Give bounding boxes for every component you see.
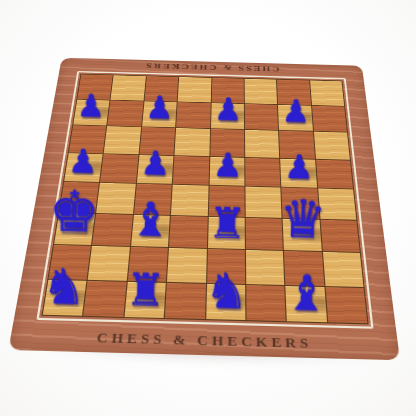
blue-bishop-piece: ♝ (265, 268, 350, 317)
product-photo: CHESS & CHECKERS ♟♟♟♟♟♟♟♟♚♝♜♛♞♜♞♝ CHESS … (0, 0, 416, 416)
blue-pawn-piece: ♟ (55, 91, 127, 122)
square-a3: ♚ (54, 212, 95, 244)
blue-pawn-piece: ♟ (189, 149, 265, 182)
blue-pawn-piece: ♟ (192, 94, 264, 125)
wooden-board: CHESS & CHECKERS ♟♟♟♟♟♟♟♟♚♝♜♛♞♜♞♝ CHESS … (8, 58, 400, 360)
blue-knight-piece: ♞ (21, 262, 106, 311)
blue-bishop-piece: ♝ (110, 196, 190, 242)
square-g1: ♝ (286, 286, 327, 323)
perspective-scene: CHESS & CHECKERS ♟♟♟♟♟♟♟♟♚♝♜♛♞♜♞♝ CHESS … (34, 15, 383, 364)
blue-pawn-piece: ♟ (260, 96, 332, 127)
square-c1: ♜ (124, 281, 166, 318)
square-a1: ♞ (43, 279, 87, 315)
board-rotation-wrapper: CHESS & CHECKERS ♟♟♟♟♟♟♟♟♚♝♜♛♞♜♞♝ CHESS … (0, 0, 416, 416)
square-g7: ♟ (278, 105, 312, 131)
square-c5: ♟ (137, 155, 174, 184)
blue-rook-piece: ♜ (102, 268, 187, 313)
chess-board: ♟♟♟♟♟♟♟♟♚♝♜♛♞♜♞♝ (42, 74, 369, 325)
square-e5: ♟ (209, 157, 244, 186)
square-g3: ♛ (283, 218, 322, 251)
board-border-frame: ♟♟♟♟♟♟♟♟♚♝♜♛♞♜♞♝ (36, 71, 373, 329)
blue-pawn-piece: ♟ (262, 150, 338, 183)
square-e3: ♜ (207, 216, 244, 249)
blue-knight-piece: ♞ (184, 266, 269, 315)
square-c3: ♝ (131, 214, 170, 247)
blue-rook-piece: ♜ (187, 202, 267, 244)
blue-pawn-piece: ♟ (123, 92, 195, 123)
board-title-near: CHESS & CHECKERS (9, 327, 399, 355)
square-e7: ♟ (211, 103, 244, 129)
square-e1: ♞ (206, 283, 246, 320)
square-g5: ♟ (280, 158, 316, 187)
blue-king-piece: ♚ (34, 184, 114, 240)
blue-pawn-piece: ♟ (117, 147, 193, 180)
square-a7: ♟ (73, 99, 110, 125)
blue-pawn-piece: ♟ (45, 145, 121, 178)
square-a5: ♟ (64, 153, 103, 182)
blue-queen-piece: ♛ (263, 194, 343, 246)
square-c7: ♟ (142, 101, 177, 127)
